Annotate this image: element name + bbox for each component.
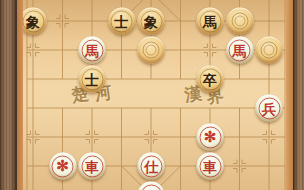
piece-character: 馬 (203, 14, 217, 28)
piece-red-horse[interactable]: 馬 (226, 37, 253, 64)
piece-black-elephant[interactable]: 象 (138, 8, 165, 35)
facedown-ring-pattern-inner (264, 45, 275, 56)
piece-black-advisor[interactable]: 士 (79, 66, 106, 93)
facedown-ring-pattern (231, 13, 248, 30)
piece-red-soldier[interactable]: 兵 (256, 95, 283, 122)
piece-character: 象 (144, 14, 158, 28)
facedown-rosette-icon: ✻ (56, 159, 69, 174)
piece-red-hidden[interactable]: ✻ (49, 153, 76, 180)
piece-black-hidden[interactable] (256, 37, 283, 64)
facedown-ring-pattern (261, 42, 278, 59)
piece-character: 仕 (144, 159, 158, 173)
piece-ring (140, 184, 162, 190)
piece-black-advisor[interactable]: 士 (108, 8, 135, 35)
piece-character: 車 (203, 159, 217, 173)
piece-character: 馬 (85, 43, 99, 57)
piece-character: 車 (85, 159, 99, 173)
xiangqi-board: 楚 河 漢 界 象士象馬馬馬士卒兵✻✻車仕車 (0, 0, 304, 190)
piece-character: 士 (85, 72, 99, 86)
facedown-ring-pattern (143, 42, 160, 59)
piece-black-horse[interactable]: 馬 (197, 8, 224, 35)
piece-character: 馬 (233, 43, 247, 57)
piece-red-advisor[interactable]: 仕 (138, 153, 165, 180)
facedown-ring-pattern-inner (146, 45, 157, 56)
piece-character: 卒 (203, 72, 217, 86)
facedown-ring-pattern-inner (234, 16, 245, 27)
facedown-rosette-icon: ✻ (204, 130, 217, 145)
piece-black-soldier[interactable]: 卒 (197, 66, 224, 93)
piece-character: 象 (26, 14, 40, 28)
piece-black-hidden[interactable] (226, 8, 253, 35)
piece-character: 兵 (262, 101, 276, 115)
piece-red-chariot[interactable]: 車 (79, 153, 106, 180)
piece-red-horse[interactable]: 馬 (79, 37, 106, 64)
piece-black-elephant[interactable]: 象 (20, 8, 47, 35)
piece-black-hidden[interactable] (138, 37, 165, 64)
piece-red-chariot[interactable]: 車 (197, 153, 224, 180)
piece-character: 士 (115, 14, 129, 28)
piece-red-hidden[interactable]: ✻ (197, 124, 224, 151)
